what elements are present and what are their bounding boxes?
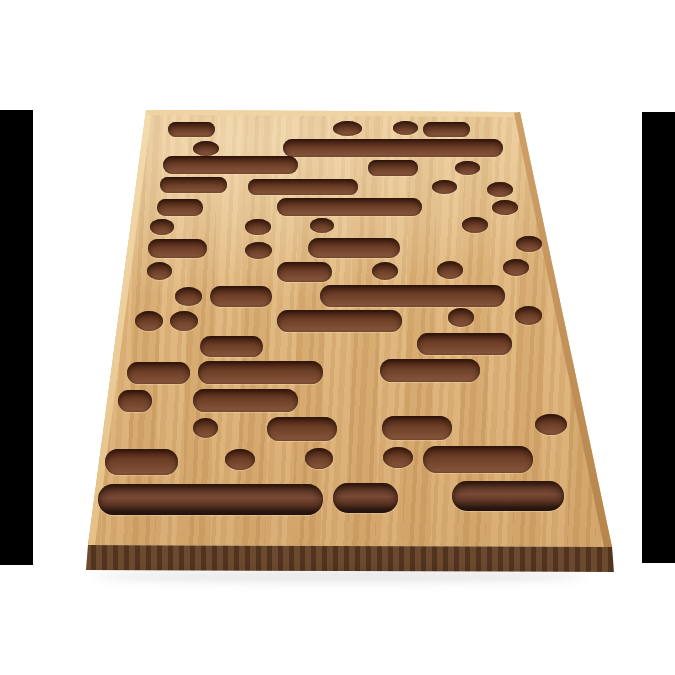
panel-hole-row8-dash xyxy=(277,262,332,282)
panel-hole-row10-dash xyxy=(277,310,402,332)
panel-hole-row6-dot xyxy=(150,219,174,235)
panel-hole-row5-dot xyxy=(492,200,518,215)
panel-hole-row9-dash xyxy=(320,285,505,307)
panel-hole-row7-dash xyxy=(308,238,400,258)
panel-hole-row10-dot xyxy=(135,311,163,331)
panel-hole-row2-dot xyxy=(193,141,219,156)
panel-hole-row4-dot xyxy=(487,182,513,197)
panel-hole-row8-dot xyxy=(503,259,529,276)
panel-hole-row6-dot xyxy=(310,218,334,233)
panel-hole-row14-dot xyxy=(535,414,567,435)
panel-hole-row4-dot xyxy=(432,180,457,194)
panel-hole-row8-dot xyxy=(147,262,172,280)
panel-hole-row15-dash xyxy=(423,446,533,473)
panel-hole-row11-dash xyxy=(417,333,512,355)
panel-hole-row14-dot xyxy=(193,418,218,438)
panel-hole-row1-dot xyxy=(333,121,362,136)
panel-hole-row15-dot xyxy=(383,447,413,468)
panel-hole-row3-dash xyxy=(163,156,298,174)
panel-hole-row3-dash xyxy=(368,160,418,176)
panel-hole-row15-dash xyxy=(105,449,178,475)
product-photo xyxy=(0,0,675,675)
panel-hole-row6-dot xyxy=(462,217,488,233)
panel-hole-row5-dash xyxy=(277,198,422,216)
panel-hole-row14-dash xyxy=(382,416,452,440)
panel-hole-row10-dot xyxy=(170,311,198,331)
panel-hole-row7-dot xyxy=(516,236,542,252)
panel-hole-row16-dash xyxy=(452,481,564,511)
panel-hole-row10-dot xyxy=(515,306,542,325)
panel-hole-row11-dash xyxy=(200,336,263,357)
panel-hole-row12-dash xyxy=(380,359,480,382)
panel-hole-row3-dot xyxy=(455,161,480,175)
panel-hole-row15-dot xyxy=(305,448,333,469)
panel-hole-row1-dot xyxy=(393,121,418,135)
panel-hole-row13-dash xyxy=(118,390,152,412)
panel-hole-row8-dot xyxy=(372,262,398,280)
panel-hole-row12-dash xyxy=(127,362,190,384)
panel-hole-row15-dot xyxy=(225,449,255,470)
panel-hole-row2-dash xyxy=(283,139,503,157)
panel-hole-row4-dash xyxy=(160,177,227,193)
panel-hole-row7-dash xyxy=(148,239,207,258)
panel-hole-row9-dot xyxy=(175,287,202,306)
panel-hole-row12-dash xyxy=(198,361,323,384)
panel-hole-row4-dash xyxy=(248,179,358,195)
panel-hole-row9-dash xyxy=(210,286,272,307)
panel-hole-row13-dash xyxy=(193,389,298,412)
panel-hole-row16-dash xyxy=(333,483,398,513)
panel-hole-row14-dash xyxy=(267,417,337,441)
panel-hole-row1-dash xyxy=(423,122,470,137)
hole-layer xyxy=(0,0,675,675)
panel-hole-row5-dash xyxy=(157,199,203,216)
panel-hole-row6-dot xyxy=(245,219,271,235)
panel-hole-row8-dot xyxy=(437,261,463,279)
panel-hole-row1-dash xyxy=(168,122,215,137)
panel-hole-row16-dash xyxy=(98,484,323,515)
panel-hole-row10-dot xyxy=(448,308,474,327)
panel-hole-row7-dot xyxy=(245,242,272,259)
